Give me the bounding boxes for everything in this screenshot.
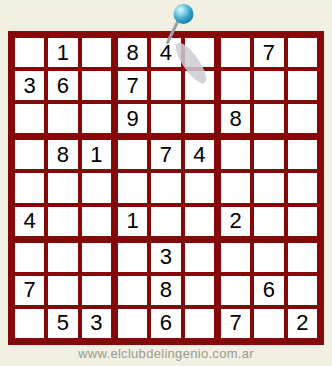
sudoku-box-7: 753 <box>15 243 111 338</box>
sudoku-cell-r5c3[interactable] <box>82 173 111 202</box>
sudoku-cell-r4c4[interactable] <box>118 140 147 169</box>
sudoku-cell-r3c4[interactable]: 9 <box>118 104 147 133</box>
sudoku-cell-r1c8[interactable]: 7 <box>254 38 283 67</box>
sudoku-cell-r3c2[interactable] <box>48 104 77 133</box>
sudoku-cell-r1c5[interactable]: 4 <box>151 38 180 67</box>
sudoku-cell-r6c5[interactable] <box>151 207 180 236</box>
sudoku-cell-r2c4[interactable]: 7 <box>118 71 147 100</box>
sudoku-cell-r8c9[interactable] <box>288 276 317 305</box>
sudoku-cell-r7c1[interactable] <box>15 243 44 272</box>
sudoku-cell-r4c3[interactable]: 1 <box>82 140 111 169</box>
sudoku-box-1: 136 <box>15 38 111 133</box>
sudoku-cell-r5c1[interactable] <box>15 173 44 202</box>
sudoku-box-8: 386 <box>118 243 214 338</box>
sudoku-cell-r5c9[interactable] <box>288 173 317 202</box>
sudoku-cell-r9c2[interactable]: 5 <box>48 309 77 338</box>
sudoku-cell-r7c3[interactable] <box>82 243 111 272</box>
sudoku-cell-r7c2[interactable] <box>48 243 77 272</box>
sudoku-cell-r8c7[interactable] <box>221 276 250 305</box>
sudoku-cell-r8c6[interactable] <box>185 276 214 305</box>
sudoku-box-6: 2 <box>221 140 317 235</box>
sudoku-cell-r8c8[interactable]: 6 <box>254 276 283 305</box>
sudoku-box-2: 8479 <box>118 38 214 133</box>
sudoku-cell-r8c3[interactable] <box>82 276 111 305</box>
sudoku-cell-r6c7[interactable]: 2 <box>221 207 250 236</box>
sudoku-cell-r8c5[interactable]: 8 <box>151 276 180 305</box>
sudoku-cell-r9c6[interactable] <box>185 309 214 338</box>
sudoku-cell-r2c7[interactable] <box>221 71 250 100</box>
sudoku-cell-r3c7[interactable]: 8 <box>221 104 250 133</box>
sudoku-cell-r2c9[interactable] <box>288 71 317 100</box>
sudoku-box-3: 78 <box>221 38 317 133</box>
sudoku-cell-r3c9[interactable] <box>288 104 317 133</box>
sudoku-cell-r5c4[interactable] <box>118 173 147 202</box>
sudoku-cell-r9c3[interactable]: 3 <box>82 309 111 338</box>
sudoku-cell-r4c2[interactable]: 8 <box>48 140 77 169</box>
sudoku-cell-r2c6[interactable] <box>185 71 214 100</box>
pin-head <box>174 4 194 24</box>
sudoku-cell-r2c1[interactable]: 3 <box>15 71 44 100</box>
sudoku-cell-r4c7[interactable] <box>221 140 250 169</box>
sudoku-board: 1368479788147412753386672 <box>8 31 324 345</box>
sudoku-cell-r4c8[interactable] <box>254 140 283 169</box>
sudoku-cell-r5c6[interactable] <box>185 173 214 202</box>
sudoku-cell-r1c3[interactable] <box>82 38 111 67</box>
sudoku-cell-r9c8[interactable] <box>254 309 283 338</box>
sudoku-cell-r8c2[interactable] <box>48 276 77 305</box>
sudoku-cell-r6c3[interactable] <box>82 207 111 236</box>
sudoku-box-4: 814 <box>15 140 111 235</box>
sudoku-cell-r6c4[interactable]: 1 <box>118 207 147 236</box>
sudoku-cell-r3c5[interactable] <box>151 104 180 133</box>
sudoku-cell-r1c1[interactable] <box>15 38 44 67</box>
sudoku-cell-r1c2[interactable]: 1 <box>48 38 77 67</box>
sudoku-cell-r1c6[interactable] <box>185 38 214 67</box>
sudoku-cell-r6c1[interactable]: 4 <box>15 207 44 236</box>
sudoku-cell-r3c1[interactable] <box>15 104 44 133</box>
sudoku-cell-r5c8[interactable] <box>254 173 283 202</box>
sudoku-cell-r7c5[interactable]: 3 <box>151 243 180 272</box>
sudoku-cell-r1c9[interactable] <box>288 38 317 67</box>
sudoku-cell-r2c8[interactable] <box>254 71 283 100</box>
sudoku-cell-r9c9[interactable]: 2 <box>288 309 317 338</box>
sudoku-cell-r7c7[interactable] <box>221 243 250 272</box>
sudoku-cell-r8c4[interactable] <box>118 276 147 305</box>
sudoku-cell-r5c7[interactable] <box>221 173 250 202</box>
sudoku-cell-r6c9[interactable] <box>288 207 317 236</box>
sudoku-cell-r7c8[interactable] <box>254 243 283 272</box>
sudoku-cell-r4c5[interactable]: 7 <box>151 140 180 169</box>
sudoku-cell-r2c5[interactable] <box>151 71 180 100</box>
sudoku-cell-r5c2[interactable] <box>48 173 77 202</box>
sudoku-cell-r8c1[interactable]: 7 <box>15 276 44 305</box>
sudoku-cell-r1c7[interactable] <box>221 38 250 67</box>
sudoku-cell-r2c2[interactable]: 6 <box>48 71 77 100</box>
sudoku-cell-r3c3[interactable] <box>82 104 111 133</box>
sudoku-cell-r6c6[interactable] <box>185 207 214 236</box>
sudoku-cell-r6c2[interactable] <box>48 207 77 236</box>
sudoku-cell-r3c8[interactable] <box>254 104 283 133</box>
sudoku-cell-r4c6[interactable]: 4 <box>185 140 214 169</box>
sudoku-cell-r7c9[interactable] <box>288 243 317 272</box>
sudoku-cell-r1c4[interactable]: 8 <box>118 38 147 67</box>
sudoku-cell-r7c6[interactable] <box>185 243 214 272</box>
sudoku-cell-r7c4[interactable] <box>118 243 147 272</box>
sudoku-cell-r9c1[interactable] <box>15 309 44 338</box>
sudoku-box-9: 672 <box>221 243 317 338</box>
sudoku-cell-r4c1[interactable] <box>15 140 44 169</box>
sudoku-cell-r2c3[interactable] <box>82 71 111 100</box>
sudoku-cell-r9c5[interactable]: 6 <box>151 309 180 338</box>
sudoku-cell-r9c7[interactable]: 7 <box>221 309 250 338</box>
sudoku-cell-r3c6[interactable] <box>185 104 214 133</box>
sudoku-cell-r9c4[interactable] <box>118 309 147 338</box>
watermark-url: www.elclubdelingenio.com.ar <box>0 346 332 361</box>
sudoku-cell-r4c9[interactable] <box>288 140 317 169</box>
sudoku-cell-r5c5[interactable] <box>151 173 180 202</box>
sudoku-cell-r6c8[interactable] <box>254 207 283 236</box>
sudoku-box-5: 741 <box>118 140 214 235</box>
